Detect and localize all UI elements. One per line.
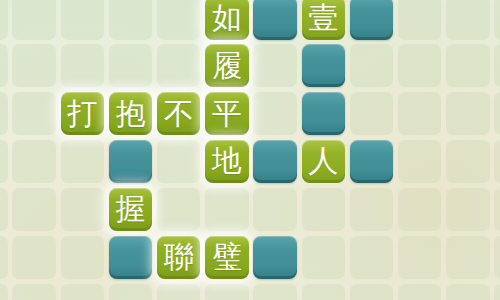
grid-cell bbox=[109, 44, 152, 87]
empty-slot-tile[interactable] bbox=[302, 44, 345, 87]
grid-cell bbox=[253, 284, 296, 300]
grid-cell bbox=[350, 284, 393, 300]
letter-tile-打[interactable]: 打 bbox=[61, 92, 104, 135]
grid-cell bbox=[109, 0, 152, 40]
grid-cell bbox=[12, 140, 55, 183]
grid-cell bbox=[157, 188, 200, 231]
grid-cell bbox=[61, 140, 104, 183]
empty-slot-tile[interactable] bbox=[350, 0, 393, 40]
grid-cell bbox=[0, 92, 8, 135]
grid-cell bbox=[446, 44, 489, 87]
empty-slot-tile[interactable] bbox=[109, 140, 152, 183]
grid-cell bbox=[398, 236, 441, 279]
grid-cell bbox=[253, 188, 296, 231]
letter-tile-璧[interactable]: 璧 bbox=[205, 236, 248, 279]
grid-cell bbox=[494, 92, 500, 135]
grid-cell bbox=[446, 92, 489, 135]
empty-slot-tile[interactable] bbox=[109, 236, 152, 279]
grid-cell bbox=[0, 0, 8, 40]
letter-tile-握[interactable]: 握 bbox=[109, 188, 152, 231]
grid-cell bbox=[398, 44, 441, 87]
letter-tile-履[interactable]: 履 bbox=[205, 44, 248, 87]
grid-cell bbox=[398, 188, 441, 231]
letter-tile-聯[interactable]: 聯 bbox=[157, 236, 200, 279]
grid-cell bbox=[157, 0, 200, 40]
grid-cell bbox=[350, 236, 393, 279]
grid-cell bbox=[12, 44, 55, 87]
grid-cell bbox=[350, 44, 393, 87]
grid-cell bbox=[61, 44, 104, 87]
grid-cell bbox=[350, 92, 393, 135]
grid-cell bbox=[12, 284, 55, 300]
grid-cell bbox=[0, 236, 8, 279]
empty-slot-tile[interactable] bbox=[253, 236, 296, 279]
grid-cell bbox=[157, 44, 200, 87]
empty-slot-tile[interactable] bbox=[253, 140, 296, 183]
grid-cell bbox=[446, 284, 489, 300]
grid-cell bbox=[446, 188, 489, 231]
grid-cell bbox=[253, 44, 296, 87]
grid-cell bbox=[61, 188, 104, 231]
letter-tile-平[interactable]: 平 bbox=[205, 92, 248, 135]
grid-cell bbox=[61, 0, 104, 40]
grid-cell bbox=[446, 0, 489, 40]
grid-cell bbox=[494, 44, 500, 87]
letter-tile-人[interactable]: 人 bbox=[302, 140, 345, 183]
grid-cell bbox=[61, 284, 104, 300]
grid-cell bbox=[0, 140, 8, 183]
letter-tile-如[interactable]: 如 bbox=[205, 0, 248, 40]
grid-cell bbox=[494, 188, 500, 231]
grid-cell bbox=[12, 92, 55, 135]
grid-cell bbox=[398, 92, 441, 135]
grid-cell bbox=[205, 188, 248, 231]
letter-tile-抱[interactable]: 抱 bbox=[109, 92, 152, 135]
grid-cell bbox=[494, 284, 500, 300]
grid-cell bbox=[494, 140, 500, 183]
grid-cell bbox=[494, 236, 500, 279]
grid-cell bbox=[157, 284, 200, 300]
board: 如壹履打抱不平地人握聯璧 bbox=[0, 0, 500, 300]
empty-slot-tile[interactable] bbox=[350, 140, 393, 183]
empty-slot-tile[interactable] bbox=[253, 0, 296, 40]
grid-cell bbox=[12, 188, 55, 231]
grid-cell bbox=[398, 140, 441, 183]
grid-cell bbox=[253, 92, 296, 135]
grid-cell bbox=[0, 44, 8, 87]
grid-cell bbox=[302, 188, 345, 231]
grid-cell bbox=[12, 0, 55, 40]
grid-cell bbox=[205, 284, 248, 300]
grid-cell bbox=[12, 236, 55, 279]
grid-cell bbox=[350, 188, 393, 231]
grid-cell bbox=[302, 284, 345, 300]
grid-cell bbox=[446, 140, 489, 183]
letter-tile-壹[interactable]: 壹 bbox=[302, 0, 345, 40]
letter-tile-不[interactable]: 不 bbox=[157, 92, 200, 135]
grid-cell bbox=[0, 188, 8, 231]
grid-cell bbox=[446, 236, 489, 279]
grid-cell bbox=[494, 0, 500, 40]
grid-cell bbox=[0, 284, 8, 300]
empty-slot-tile[interactable] bbox=[302, 92, 345, 135]
grid-cell bbox=[398, 284, 441, 300]
grid-cell bbox=[157, 140, 200, 183]
grid-cell bbox=[109, 284, 152, 300]
grid-cell bbox=[61, 236, 104, 279]
grid-cell bbox=[302, 236, 345, 279]
letter-tile-地[interactable]: 地 bbox=[205, 140, 248, 183]
grid-cell bbox=[398, 0, 441, 40]
